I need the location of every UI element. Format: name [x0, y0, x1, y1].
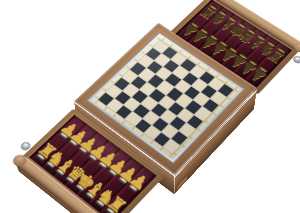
- scene-viewport: ♟♟♟♟♟♟♟♟ ♜♞♝♛♚♝♞♜: [0, 0, 300, 213]
- chess-piece-glyph: ♜: [34, 139, 61, 162]
- chess-piece[interactable]: ♝: [54, 155, 80, 178]
- chess-piece-glyph: ♟: [76, 132, 103, 155]
- chess-piece-base: [98, 161, 108, 169]
- chess-piece-glyph: ♟: [96, 147, 123, 171]
- chess-piece-glyph: ♟: [57, 118, 83, 141]
- chess-piece-glyph: ♚: [73, 169, 100, 193]
- chess-piece[interactable]: ♟: [116, 163, 141, 186]
- chess-piece[interactable]: ♞: [93, 185, 119, 209]
- chess-piece-glyph: ♟: [67, 125, 94, 148]
- chess-piece-base: [55, 168, 65, 176]
- chess-piece-glyph: ♟: [86, 140, 113, 163]
- chess-piece[interactable]: ♚: [73, 170, 99, 193]
- box-foot: [177, 176, 187, 191]
- chess-piece-glyph: ♜: [104, 192, 132, 213]
- chess-piece-base: [65, 176, 75, 184]
- chess-piece-glyph: ♛: [63, 161, 90, 185]
- chess-piece-base: [108, 169, 118, 177]
- photo-canvas: ♟♟♟♟♟♟♟♟ ♜♞♝♛♚♝♞♜: [0, 0, 300, 213]
- chess-piece-glyph: ♟: [106, 154, 133, 178]
- chess-piece-base: [59, 132, 68, 140]
- drawer-knob[interactable]: [21, 142, 31, 151]
- chess-piece-base: [45, 161, 55, 169]
- chess-piece[interactable]: ♟: [96, 148, 121, 171]
- chess-piece-base: [85, 192, 95, 200]
- drawer-knob[interactable]: [293, 56, 300, 64]
- chess-piece-glyph: ♟: [116, 162, 143, 186]
- chess-piece-base: [78, 147, 88, 155]
- chess-piece-glyph: ♞: [44, 146, 71, 170]
- chess-piece[interactable]: ♞: [44, 147, 69, 170]
- chess-piece-base: [95, 199, 105, 207]
- chess-piece-base: [75, 184, 85, 192]
- chess-piece[interactable]: ♟: [86, 141, 111, 163]
- chess-piece-base: [88, 154, 98, 162]
- chess-piece[interactable]: ♟: [126, 170, 151, 193]
- chess-piece-base: [68, 139, 77, 147]
- chess-piece[interactable]: ♟: [76, 133, 101, 155]
- chess-piece-glyph: ♟: [126, 169, 153, 193]
- chess-piece[interactable]: ♟: [67, 126, 92, 148]
- chess-piece[interactable]: ♜: [104, 193, 130, 213]
- chess-piece-base: [118, 177, 128, 185]
- chess-piece-base: [105, 207, 115, 213]
- chess-piece-base: [36, 153, 46, 161]
- chess-piece-base: [128, 184, 138, 192]
- chess-piece-glyph: ♝: [83, 176, 110, 201]
- chess-piece[interactable]: ♜: [34, 140, 59, 162]
- chess-piece[interactable]: ♝: [83, 178, 109, 202]
- chess-piece[interactable]: ♟: [106, 155, 131, 178]
- chess-piece[interactable]: ♟: [57, 119, 82, 141]
- chess-piece-glyph: ♝: [54, 154, 81, 178]
- chess-piece[interactable]: ♛: [63, 162, 89, 185]
- chess-piece-glyph: ♞: [93, 184, 121, 209]
